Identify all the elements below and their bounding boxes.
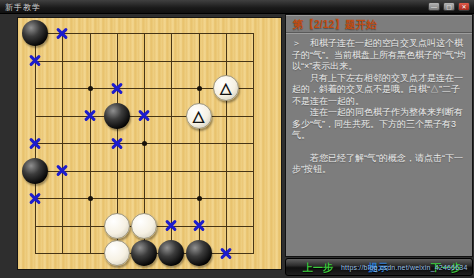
- liberty-x-mark-icon: [219, 246, 233, 260]
- lesson-title: 第【2/12】题开始: [286, 15, 472, 33]
- triangle-mark-icon: △: [214, 76, 238, 100]
- liberty-x-mark-icon: [55, 164, 69, 178]
- liberty-x-mark-icon: [110, 81, 124, 95]
- panel-paragraph: 只有上下左右相邻的交叉点才是连在一起的，斜着的交叉点不是哦。白棋“△”二子不是连…: [292, 73, 466, 108]
- panel-paragraph: 连在一起的同色棋子作为整体来判断有多少“气”，同生共死。下方的三个黑子有3气。: [292, 107, 466, 142]
- app-window: 新手教学 — ▢ ✕ △△ 第【2/12】题开始 ＞ 和棋子连在一起的空白交叉点…: [0, 0, 474, 278]
- black-stone: [158, 240, 184, 266]
- white-stone: [131, 213, 157, 239]
- white-stone: [104, 240, 130, 266]
- board-line: [226, 33, 227, 254]
- lesson-panel: 第【2/12】题开始 ＞ 和棋子连在一起的空白交叉点叫这个棋子的“气”。当前棋盘…: [285, 14, 473, 257]
- triangle-mark-icon: △: [187, 104, 211, 128]
- panel-paragraph: ＞ 和棋子连在一起的空白交叉点叫这个棋子的“气”。当前棋盘上所有黑色棋子的“气”…: [292, 38, 466, 73]
- window-controls: — ▢ ✕: [428, 2, 470, 11]
- white-stone: △: [213, 75, 239, 101]
- star-point: [88, 86, 93, 91]
- board-line: [35, 198, 254, 199]
- lesson-text: ＞ 和棋子连在一起的空白交叉点叫这个棋子的“气”。当前棋盘上所有黑色棋子的“气”…: [286, 33, 472, 176]
- white-stone: [104, 213, 130, 239]
- title-bar: 新手教学 — ▢ ✕: [0, 0, 474, 14]
- liberty-x-mark-icon: [28, 136, 42, 150]
- board-grid[interactable]: △△: [35, 33, 254, 254]
- prev-step-button[interactable]: 上一步: [303, 261, 333, 275]
- black-stone: [22, 158, 48, 184]
- black-stone: [186, 240, 212, 266]
- liberty-x-mark-icon: [192, 219, 206, 233]
- liberty-x-mark-icon: [28, 191, 42, 205]
- liberty-x-mark-icon: [164, 219, 178, 233]
- white-stone: △: [186, 103, 212, 129]
- board-line: [253, 33, 254, 254]
- watermark-url: https://blog.csdn.net/weixin_42466634: [341, 264, 468, 271]
- liberty-x-mark-icon: [28, 54, 42, 68]
- black-stone: [104, 103, 130, 129]
- black-stone: [131, 240, 157, 266]
- star-point: [88, 196, 93, 201]
- minimize-icon[interactable]: —: [428, 2, 440, 11]
- window-title: 新手教学: [5, 2, 41, 13]
- black-stone: [22, 20, 48, 46]
- maximize-icon[interactable]: ▢: [443, 2, 455, 11]
- liberty-x-mark-icon: [55, 26, 69, 40]
- footer-bar: 上一步 提示 下一步 https://blog.csdn.net/weixin_…: [285, 258, 473, 276]
- close-icon[interactable]: ✕: [458, 2, 470, 11]
- star-point: [197, 196, 202, 201]
- go-board[interactable]: △△: [18, 18, 281, 269]
- liberty-x-mark-icon: [110, 136, 124, 150]
- star-point: [197, 86, 202, 91]
- liberty-x-mark-icon: [137, 109, 151, 123]
- liberty-x-mark-icon: [83, 109, 97, 123]
- star-point: [142, 141, 147, 146]
- panel-paragraph: 若您已经了解“气”的概念，请点击“下一步”按钮。: [292, 153, 466, 176]
